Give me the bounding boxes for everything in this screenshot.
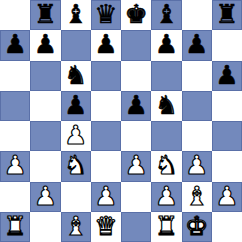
square-a1[interactable]: ♜ [0, 212, 30, 242]
square-e2[interactable] [121, 182, 151, 212]
black-pawn[interactable]: ♟ [34, 31, 57, 57]
black-bishop[interactable]: ♝ [64, 1, 87, 27]
square-g3[interactable]: ♟ [182, 151, 212, 181]
square-f1[interactable]: ♜ [151, 212, 181, 242]
black-knight[interactable]: ♞ [155, 92, 178, 118]
square-e4[interactable] [121, 121, 151, 151]
square-h1[interactable] [212, 212, 242, 242]
square-c4[interactable]: ♟ [61, 121, 91, 151]
white-pawn[interactable]: ♟ [185, 152, 208, 178]
white-bishop[interactable]: ♝ [64, 213, 87, 239]
square-d4[interactable] [91, 121, 121, 151]
white-pawn[interactable]: ♟ [94, 183, 117, 209]
square-d3[interactable] [91, 151, 121, 181]
square-a7[interactable]: ♟ [0, 30, 30, 60]
square-c8[interactable]: ♝ [61, 0, 91, 30]
square-d6[interactable] [91, 61, 121, 91]
black-pawn[interactable]: ♟ [3, 31, 26, 57]
square-g6[interactable] [182, 61, 212, 91]
square-h8[interactable]: ♜ [212, 0, 242, 30]
black-knight[interactable]: ♞ [64, 62, 87, 88]
black-rook[interactable]: ♜ [34, 1, 57, 27]
square-c1[interactable]: ♝ [61, 212, 91, 242]
square-e3[interactable]: ♟ [121, 151, 151, 181]
black-pawn[interactable]: ♟ [64, 92, 87, 118]
square-f3[interactable]: ♞ [151, 151, 181, 181]
square-a4[interactable] [0, 121, 30, 151]
square-a8[interactable] [0, 0, 30, 30]
square-a3[interactable]: ♟ [0, 151, 30, 181]
square-c6[interactable]: ♞ [61, 61, 91, 91]
black-pawn[interactable]: ♟ [185, 31, 208, 57]
square-e8[interactable]: ♚ [121, 0, 151, 30]
square-c5[interactable]: ♟ [61, 91, 91, 121]
square-b6[interactable] [30, 61, 60, 91]
square-c2[interactable] [61, 182, 91, 212]
black-pawn[interactable]: ♟ [94, 31, 117, 57]
square-g1[interactable]: ♚ [182, 212, 212, 242]
square-b1[interactable] [30, 212, 60, 242]
square-e5[interactable]: ♟ [121, 91, 151, 121]
square-e6[interactable] [121, 61, 151, 91]
square-f8[interactable]: ♝ [151, 0, 181, 30]
white-pawn[interactable]: ♟ [124, 152, 147, 178]
white-pawn[interactable]: ♟ [155, 183, 178, 209]
square-e1[interactable] [121, 212, 151, 242]
square-b5[interactable] [30, 91, 60, 121]
square-b8[interactable]: ♜ [30, 0, 60, 30]
white-bishop[interactable]: ♝ [185, 183, 208, 209]
black-bishop[interactable]: ♝ [155, 1, 178, 27]
white-queen[interactable]: ♛ [94, 213, 117, 239]
square-a5[interactable] [0, 91, 30, 121]
square-a6[interactable] [0, 61, 30, 91]
square-b4[interactable] [30, 121, 60, 151]
square-h7[interactable] [212, 30, 242, 60]
white-pawn[interactable]: ♟ [3, 152, 26, 178]
square-h3[interactable] [212, 151, 242, 181]
white-knight[interactable]: ♞ [64, 152, 87, 178]
square-g7[interactable]: ♟ [182, 30, 212, 60]
white-pawn[interactable]: ♟ [34, 183, 57, 209]
square-f4[interactable] [151, 121, 181, 151]
square-b2[interactable]: ♟ [30, 182, 60, 212]
black-pawn[interactable]: ♟ [215, 62, 238, 88]
white-knight[interactable]: ♞ [155, 152, 178, 178]
white-king[interactable]: ♚ [185, 213, 208, 239]
white-pawn[interactable]: ♟ [64, 122, 87, 148]
black-queen[interactable]: ♛ [94, 1, 117, 27]
white-rook[interactable]: ♜ [155, 213, 178, 239]
square-e7[interactable] [121, 30, 151, 60]
black-pawn[interactable]: ♟ [155, 31, 178, 57]
square-h5[interactable] [212, 91, 242, 121]
black-rook[interactable]: ♜ [215, 1, 238, 27]
square-g2[interactable]: ♝ [182, 182, 212, 212]
square-c3[interactable]: ♞ [61, 151, 91, 181]
square-d1[interactable]: ♛ [91, 212, 121, 242]
white-pawn[interactable]: ♟ [215, 183, 238, 209]
square-f7[interactable]: ♟ [151, 30, 181, 60]
square-h6[interactable]: ♟ [212, 61, 242, 91]
square-b3[interactable] [30, 151, 60, 181]
square-c7[interactable] [61, 30, 91, 60]
chess-board: ♜♝♛♚♝♜♟♟♟♟♟♞♟♟♟♞♟♟♞♟♞♟♟♟♟♝♟♜♝♛♜♚ [0, 0, 242, 242]
square-h4[interactable] [212, 121, 242, 151]
square-g8[interactable] [182, 0, 212, 30]
black-king[interactable]: ♚ [124, 1, 147, 27]
square-h2[interactable]: ♟ [212, 182, 242, 212]
square-d7[interactable]: ♟ [91, 30, 121, 60]
square-g5[interactable] [182, 91, 212, 121]
white-rook[interactable]: ♜ [3, 213, 26, 239]
square-f6[interactable] [151, 61, 181, 91]
square-a2[interactable] [0, 182, 30, 212]
square-d2[interactable]: ♟ [91, 182, 121, 212]
black-pawn[interactable]: ♟ [124, 92, 147, 118]
square-g4[interactable] [182, 121, 212, 151]
square-d5[interactable] [91, 91, 121, 121]
square-b7[interactable]: ♟ [30, 30, 60, 60]
square-f5[interactable]: ♞ [151, 91, 181, 121]
square-f2[interactable]: ♟ [151, 182, 181, 212]
square-d8[interactable]: ♛ [91, 0, 121, 30]
